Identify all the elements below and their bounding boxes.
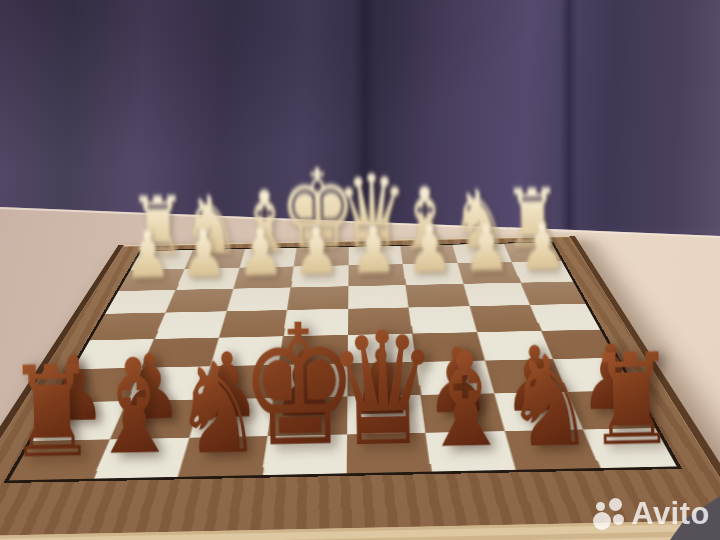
square-b2: ♟ (454, 262, 516, 283)
square-f2: ♟ (232, 266, 292, 287)
piece-white-pawn: ♟ (349, 217, 398, 284)
square-a2: ♟ (508, 261, 573, 282)
chess-board: ♜♞♝♚♛♝♞♜♟♟♟♟♟♟♟♟♟♟♟♟♟♟♟♟♜♝♞♚♛♝♞♜ (3, 242, 682, 484)
piece-dark-rook: ♜ (5, 349, 97, 476)
piece-dark-bishop: ♝ (418, 335, 514, 467)
chess-listing-photo: ♜♞♝♚♛♝♞♜♟♟♟♟♟♟♟♟♟♟♟♟♟♟♟♟♜♝♞♚♛♝♞♜ Avito (0, 0, 720, 540)
piece-white-pawn: ♟ (123, 221, 172, 288)
square-h3 (106, 289, 176, 313)
square-e2: ♟ (289, 265, 346, 286)
avito-logo-icon (593, 498, 625, 530)
square-b8: ♞ (498, 426, 593, 470)
piece-white-pawn: ♟ (462, 214, 511, 281)
square-d8: ♛ (343, 429, 426, 473)
square-g2: ♟ (176, 267, 239, 289)
piece-white-pawn: ♟ (518, 213, 567, 280)
square-d2: ♟ (346, 264, 403, 285)
square-a3 (516, 281, 585, 304)
piece-white-pawn: ♟ (180, 220, 229, 287)
watermark: Avito (593, 496, 710, 532)
watermark-text: Avito (631, 496, 710, 532)
piece-white-pawn: ♟ (405, 215, 454, 282)
square-h2: ♟ (119, 268, 185, 290)
piece-dark-rook: ♜ (585, 337, 677, 464)
square-a8: ♜ (576, 424, 677, 468)
square-c8: ♝ (421, 427, 510, 471)
piece-dark-bishop: ♝ (86, 342, 182, 474)
piece-white-pawn: ♟ (236, 219, 285, 286)
board-scene: ♜♞♝♚♛♝♞♜♟♟♟♟♟♟♟♟♟♟♟♟♟♟♟♟♜♝♞♚♛♝♞♜ (0, 0, 720, 540)
square-g3 (166, 288, 233, 312)
piece-dark-knight: ♞ (503, 339, 595, 466)
piece-white-pawn: ♟ (293, 218, 342, 285)
square-c2: ♟ (400, 263, 459, 284)
